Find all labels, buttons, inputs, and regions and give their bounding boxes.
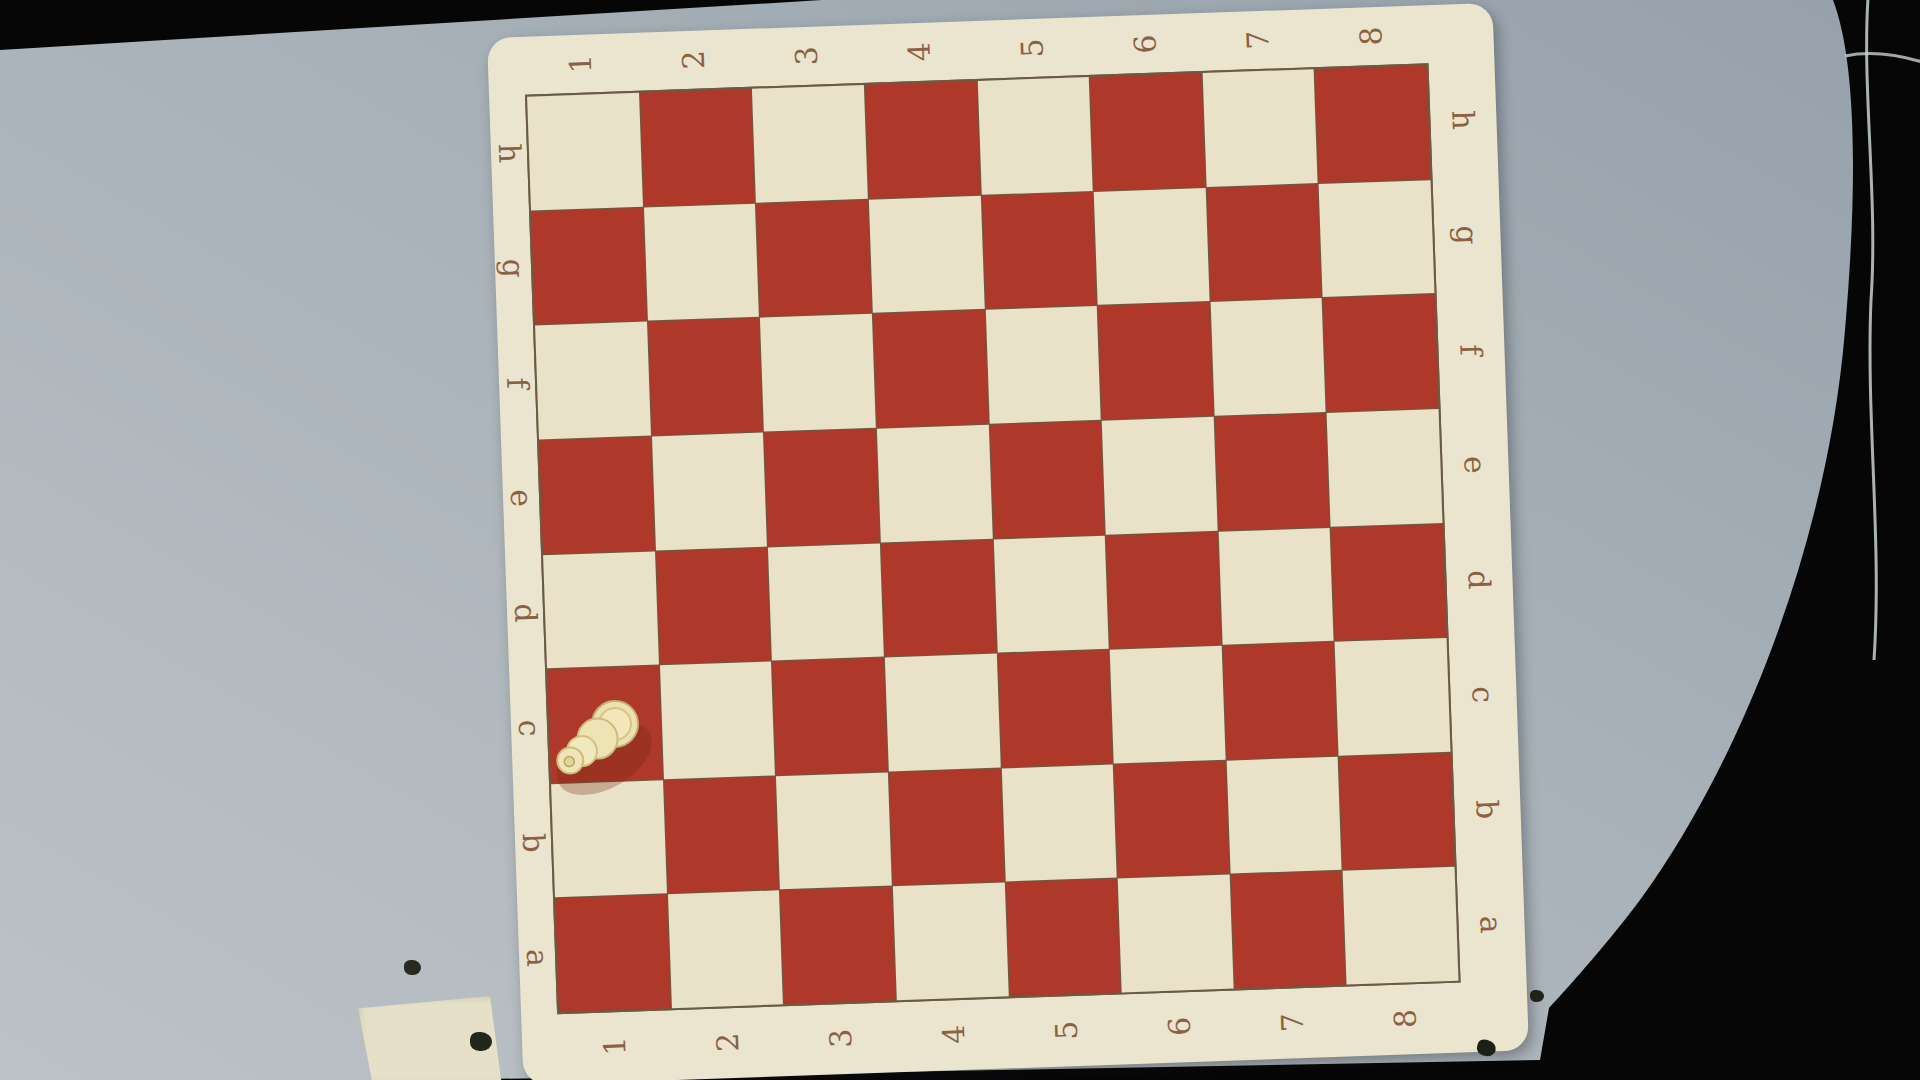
binder-clip-bottom-left bbox=[470, 1032, 492, 1051]
white-bishop-fallen-c1 bbox=[487, 3, 1529, 1080]
chessboard: 12345678 12345678 hgfedcba hgfedcba bbox=[487, 3, 1529, 1080]
piece-finial-ball bbox=[564, 756, 574, 766]
binder-clip-bottom-right-outer bbox=[1530, 990, 1544, 1002]
binder-clip-bottom-left-outer bbox=[404, 960, 421, 975]
